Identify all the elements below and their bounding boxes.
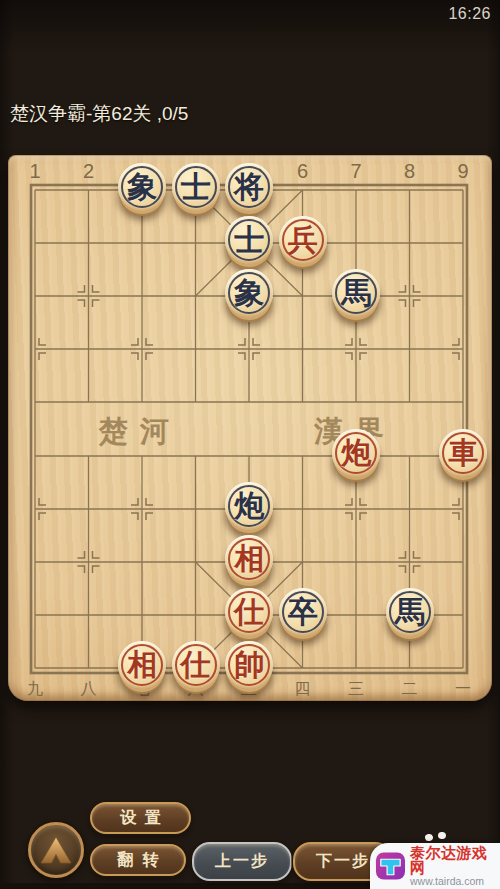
level-title: 楚汉争霸-第62关 ,0/5 — [10, 101, 188, 127]
xiangqi-board: 123456789 九八七六五四三二一 楚河 漢界 象士将士兵象馬炮車炮相仕卒馬… — [8, 155, 492, 701]
previous-move-button[interactable]: 上一步 — [192, 842, 292, 881]
piece-red-帥[interactable]: 帥 — [225, 641, 273, 689]
piece-red-仕[interactable]: 仕 — [225, 588, 273, 636]
watermark-site-url: www.tairda.com — [410, 876, 500, 887]
piece-black-馬[interactable]: 馬 — [332, 269, 380, 317]
piece-glyph: 炮 — [341, 430, 371, 476]
piece-red-相[interactable]: 相 — [225, 535, 273, 583]
piece-glyph: 仕 — [181, 642, 211, 688]
status-time: 16:26 — [448, 5, 491, 23]
piece-black-将[interactable]: 将 — [225, 163, 273, 211]
piece-black-馬[interactable]: 馬 — [386, 588, 434, 636]
piece-glyph: 兵 — [288, 217, 318, 263]
flip-board-button[interactable]: 翻转 — [90, 844, 186, 876]
piece-black-卒[interactable]: 卒 — [279, 588, 327, 636]
piece-glyph: 士 — [181, 164, 211, 210]
piece-black-士[interactable]: 士 — [225, 216, 273, 264]
settings-button[interactable]: 设置 — [90, 802, 191, 834]
piece-glyph: 仕 — [234, 589, 264, 635]
chevron-up-icon — [40, 836, 72, 864]
piece-glyph: 馬 — [395, 589, 425, 635]
piece-glyph: 炮 — [234, 483, 264, 529]
piece-glyph: 馬 — [341, 270, 371, 316]
piece-glyph: 象 — [234, 270, 264, 316]
decor-dot — [424, 833, 434, 842]
piece-glyph: 相 — [127, 642, 157, 688]
piece-red-相[interactable]: 相 — [118, 641, 166, 689]
piece-glyph: 卒 — [288, 589, 318, 635]
watermark-site-name: 泰尔达游戏网 — [410, 845, 500, 877]
tairda-logo-icon — [375, 850, 406, 882]
expand-menu-button[interactable] — [28, 822, 84, 878]
piece-black-象[interactable]: 象 — [225, 269, 273, 317]
watermark-card: 泰尔达游戏网 www.tairda.com — [370, 843, 500, 889]
piece-glyph: 士 — [234, 217, 264, 263]
piece-red-仕[interactable]: 仕 — [172, 641, 220, 689]
piece-black-士[interactable]: 士 — [172, 163, 220, 211]
piece-red-炮[interactable]: 炮 — [332, 429, 380, 477]
piece-glyph: 相 — [234, 536, 264, 582]
piece-black-炮[interactable]: 炮 — [225, 482, 273, 530]
decor-dot — [437, 831, 446, 840]
piece-red-兵[interactable]: 兵 — [279, 216, 327, 264]
piece-glyph: 象 — [127, 164, 157, 210]
piece-glyph: 帥 — [234, 642, 264, 688]
piece-glyph: 車 — [448, 430, 478, 476]
piece-red-車[interactable]: 車 — [439, 429, 487, 477]
piece-black-象[interactable]: 象 — [118, 163, 166, 211]
board-intersections-grid: 象士将士兵象馬炮車炮相仕卒馬相仕帥 — [9, 163, 491, 695]
piece-glyph: 将 — [234, 164, 264, 210]
app-screen: 16:26 楚汉争霸-第62关 ,0/5 123456789 九八七六五四三二一… — [0, 0, 500, 889]
